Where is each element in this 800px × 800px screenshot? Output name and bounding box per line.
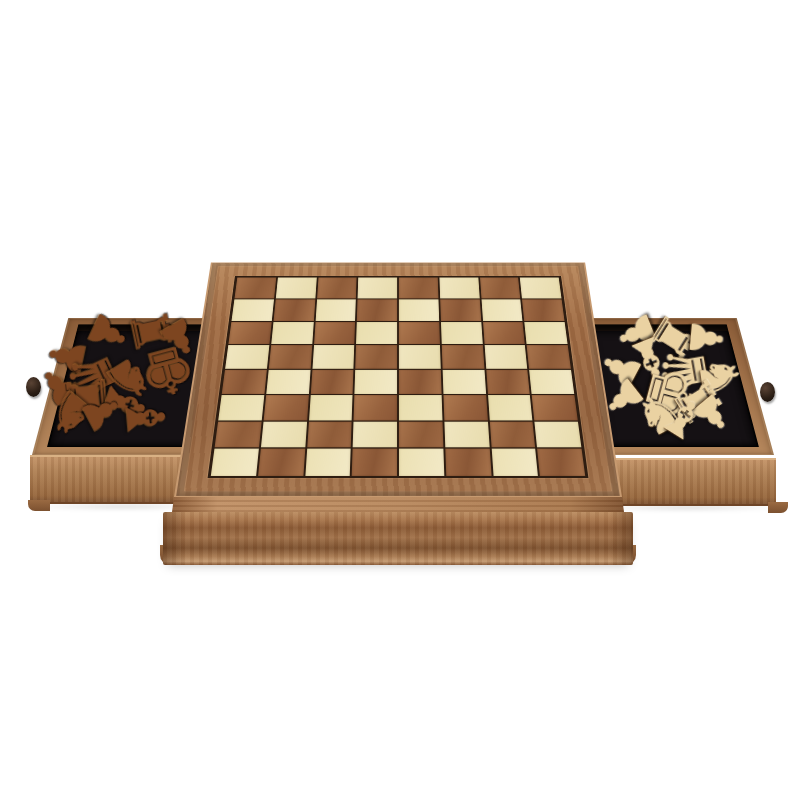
left-drawer-bishop[interactable]: ♝: [117, 393, 173, 444]
square-a4[interactable]: [222, 370, 267, 394]
box-base-molding: [163, 512, 633, 565]
square-e7[interactable]: [399, 299, 439, 321]
drawer-right-pieces: ♟♜♟♝♟♛♞♚♟♜♞♟♝: [600, 318, 756, 450]
square-g5[interactable]: [484, 345, 527, 368]
square-f3[interactable]: [443, 395, 487, 420]
square-g3[interactable]: [488, 395, 533, 420]
product-photo-stage: ♟♜♟♚♟♛♞♟♜♝♞♟♝ ♟♜♟♝♟♛♞♚♟♜♞♟♝: [0, 0, 800, 800]
square-f5[interactable]: [442, 345, 484, 368]
square-a5[interactable]: [225, 345, 269, 368]
drawer-left-pieces: ♟♜♟♚♟♛♞♟♜♝♞♟♝: [44, 318, 200, 450]
square-f1[interactable]: [445, 449, 491, 476]
square-b6[interactable]: [271, 322, 313, 344]
square-g4[interactable]: [486, 370, 530, 394]
square-c7[interactable]: [315, 299, 356, 321]
square-h7[interactable]: [522, 299, 564, 321]
square-d6[interactable]: [356, 322, 397, 344]
square-e1[interactable]: [399, 449, 444, 476]
square-f8[interactable]: [439, 277, 479, 298]
square-g6[interactable]: [483, 322, 525, 344]
square-d3[interactable]: [354, 395, 397, 420]
square-b4[interactable]: [266, 370, 310, 394]
square-h6[interactable]: [525, 322, 568, 344]
square-d4[interactable]: [355, 370, 397, 394]
square-c8[interactable]: [317, 277, 357, 298]
square-a3[interactable]: [218, 395, 264, 420]
square-f7[interactable]: [440, 299, 481, 321]
square-b2[interactable]: [261, 421, 307, 447]
square-d2[interactable]: [353, 421, 397, 447]
board-top-face: [174, 262, 622, 497]
square-h1[interactable]: [537, 449, 585, 476]
square-c5[interactable]: [312, 345, 354, 368]
square-d1[interactable]: [352, 449, 397, 476]
square-a8[interactable]: [235, 277, 276, 298]
square-d7[interactable]: [357, 299, 397, 321]
board-grid: [208, 276, 589, 478]
square-e5[interactable]: [399, 345, 441, 368]
square-h8[interactable]: [520, 277, 561, 298]
square-g7[interactable]: [481, 299, 523, 321]
square-c6[interactable]: [314, 322, 356, 344]
square-g1[interactable]: [491, 449, 538, 476]
square-h5[interactable]: [527, 345, 571, 368]
square-d8[interactable]: [358, 277, 397, 298]
square-a7[interactable]: [232, 299, 274, 321]
square-c1[interactable]: [305, 449, 351, 476]
square-h4[interactable]: [529, 370, 574, 394]
square-a6[interactable]: [228, 322, 271, 344]
square-h2[interactable]: [535, 421, 582, 447]
square-b8[interactable]: [276, 277, 317, 298]
square-f4[interactable]: [442, 370, 485, 394]
square-b5[interactable]: [269, 345, 312, 368]
square-g2[interactable]: [489, 421, 535, 447]
square-g8[interactable]: [480, 277, 521, 298]
square-f6[interactable]: [441, 322, 483, 344]
square-a2[interactable]: [215, 421, 262, 447]
square-d5[interactable]: [355, 345, 397, 368]
square-c2[interactable]: [307, 421, 352, 447]
box-front-band: [172, 497, 624, 512]
square-c4[interactable]: [310, 370, 353, 394]
square-a1[interactable]: [211, 449, 259, 476]
square-e3[interactable]: [399, 395, 442, 420]
square-f2[interactable]: [444, 421, 489, 447]
square-c3[interactable]: [309, 395, 353, 420]
square-e8[interactable]: [399, 277, 438, 298]
square-b1[interactable]: [258, 449, 305, 476]
square-b7[interactable]: [273, 299, 315, 321]
square-e6[interactable]: [399, 322, 440, 344]
square-e2[interactable]: [399, 421, 443, 447]
square-h3[interactable]: [532, 395, 578, 420]
square-b3[interactable]: [263, 395, 308, 420]
square-e4[interactable]: [399, 370, 441, 394]
